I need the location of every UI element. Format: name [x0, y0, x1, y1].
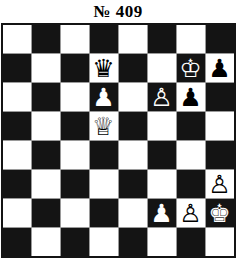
square-d6: ♟: [90, 83, 118, 111]
white-pawn: ♙: [208, 172, 230, 197]
square-f6: ♙: [148, 83, 176, 111]
square-a8: [3, 25, 31, 53]
black-pawn: ♟: [208, 56, 230, 81]
square-b6: [32, 83, 60, 111]
square-c7: [61, 54, 89, 82]
square-a6: [3, 83, 31, 111]
square-c3: [61, 170, 89, 198]
white-king: ♚: [208, 201, 230, 226]
black-queen: ♛: [92, 56, 114, 81]
square-h7: ♟: [206, 54, 234, 82]
square-b8: [32, 25, 60, 53]
square-f2: ♟: [148, 199, 176, 227]
square-h8: [206, 25, 234, 53]
puzzle-number: № 409: [0, 0, 236, 23]
square-f3: [148, 170, 176, 198]
white-queen: ♕: [92, 114, 114, 139]
square-f4: [148, 141, 176, 169]
square-g6: ♟: [177, 83, 205, 111]
square-b5: [32, 112, 60, 140]
square-b2: [32, 199, 60, 227]
square-f5: [148, 112, 176, 140]
square-g4: [177, 141, 205, 169]
square-h3: ♙: [206, 170, 234, 198]
square-c2: [61, 199, 89, 227]
square-e2: [119, 199, 147, 227]
square-c6: [61, 83, 89, 111]
white-pawn: ♙: [179, 201, 201, 226]
square-d8: [90, 25, 118, 53]
square-e1: [119, 228, 147, 256]
square-h6: [206, 83, 234, 111]
square-d3: [90, 170, 118, 198]
square-b1: [32, 228, 60, 256]
square-g1: [177, 228, 205, 256]
square-f7: [148, 54, 176, 82]
square-e8: [119, 25, 147, 53]
square-b7: [32, 54, 60, 82]
square-d1: [90, 228, 118, 256]
black-pawn: ♟: [179, 85, 201, 110]
square-h4: [206, 141, 234, 169]
white-pawn: ♟: [150, 201, 172, 226]
square-c1: [61, 228, 89, 256]
puzzle-page: № 409 ♛♔♟♟♙♟♕♙♟♙♚: [0, 0, 236, 260]
square-g2: ♙: [177, 199, 205, 227]
square-f1: [148, 228, 176, 256]
black-pawn: ♙: [150, 85, 172, 110]
black-king: ♔: [179, 56, 201, 81]
square-b3: [32, 170, 60, 198]
square-g3: [177, 170, 205, 198]
square-d5: ♕: [90, 112, 118, 140]
square-a4: [3, 141, 31, 169]
square-d7: ♛: [90, 54, 118, 82]
square-h2: ♚: [206, 199, 234, 227]
square-d4: [90, 141, 118, 169]
square-e7: [119, 54, 147, 82]
square-a2: [3, 199, 31, 227]
square-c8: [61, 25, 89, 53]
square-g8: [177, 25, 205, 53]
square-g5: [177, 112, 205, 140]
square-g7: ♔: [177, 54, 205, 82]
square-a1: [3, 228, 31, 256]
square-c4: [61, 141, 89, 169]
square-e5: [119, 112, 147, 140]
chess-board: ♛♔♟♟♙♟♕♙♟♙♚: [1, 23, 236, 258]
square-a5: [3, 112, 31, 140]
square-e6: [119, 83, 147, 111]
square-b4: [32, 141, 60, 169]
square-a7: [3, 54, 31, 82]
square-e3: [119, 170, 147, 198]
square-f8: [148, 25, 176, 53]
white-pawn: ♟: [92, 85, 114, 110]
square-c5: [61, 112, 89, 140]
square-h5: [206, 112, 234, 140]
square-e4: [119, 141, 147, 169]
square-h1: [206, 228, 234, 256]
square-d2: [90, 199, 118, 227]
square-a3: [3, 170, 31, 198]
